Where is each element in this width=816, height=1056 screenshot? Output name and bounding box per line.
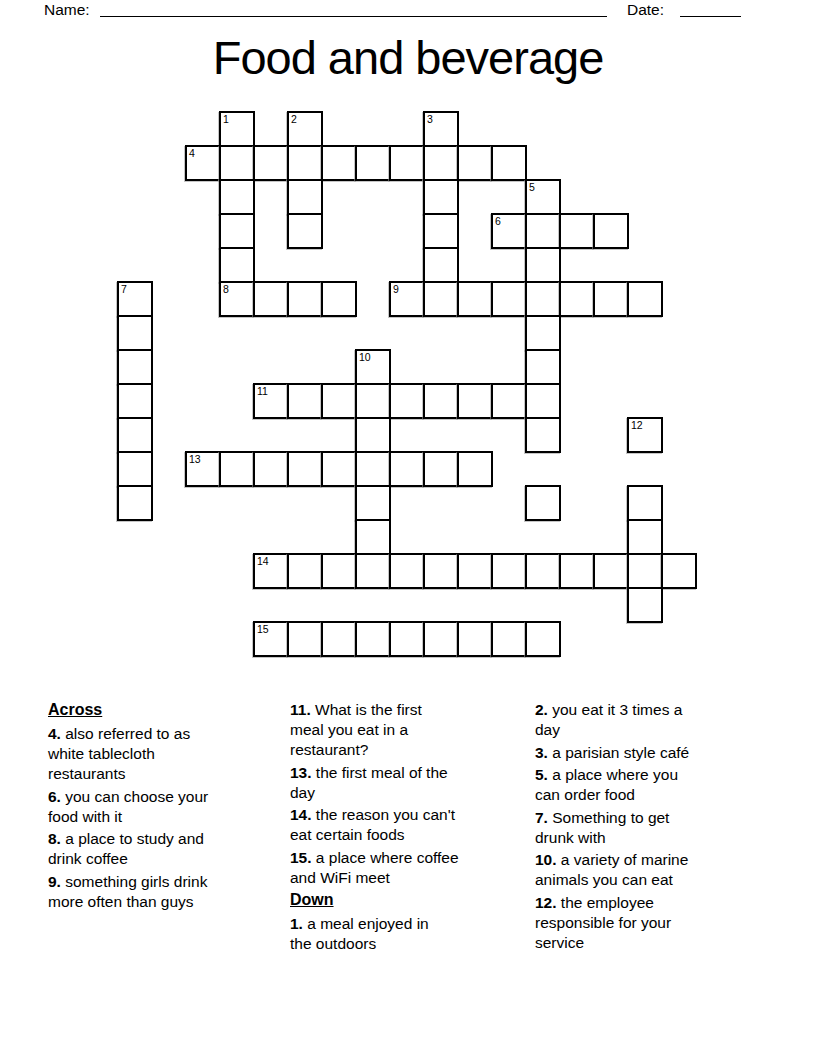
crossword-cell-r10c6[interactable] — [321, 451, 357, 487]
crossword-grid: 123456789101112131415 — [0, 0, 816, 672]
crossword-cell-r4c3[interactable] — [219, 247, 255, 283]
crossword-cell-r10c8[interactable] — [389, 451, 425, 487]
clue-12: 12. the employee responsible for your se… — [535, 893, 765, 953]
crossword-cell-r6c12[interactable] — [525, 315, 561, 351]
crossword-cell-r11c0[interactable] — [117, 485, 153, 521]
clue-number: 4. — [48, 725, 65, 742]
crossword-cell-r8c10[interactable] — [457, 383, 493, 419]
crossword-cell-r7c7[interactable]: 10 — [355, 349, 391, 385]
clue-number: 9. — [48, 873, 65, 890]
crossword-cell-r0c9[interactable]: 3 — [423, 111, 459, 147]
clue-15: 15. a place where coffee and WiFi meet — [290, 848, 525, 888]
crossword-cell-r12c15[interactable] — [627, 519, 663, 555]
cell-number-7: 7 — [121, 284, 127, 294]
clue-10: 10. a variety of marine animals you can … — [535, 850, 765, 890]
clue-9: 9. something girls drink more often than… — [48, 872, 286, 912]
cell-number-8: 8 — [223, 284, 229, 294]
crossword-cell-r13c9[interactable] — [423, 553, 459, 589]
cell-number-11: 11 — [257, 386, 268, 396]
crossword-cell-r2c12[interactable]: 5 — [525, 179, 561, 215]
crossword-cell-r13c4[interactable]: 14 — [253, 553, 289, 589]
cell-number-14: 14 — [257, 556, 269, 566]
crossword-cell-r1c6[interactable] — [321, 145, 357, 181]
clue-13: 13. the first meal of the day — [290, 763, 525, 803]
clue-text: a place to study and drink coffee — [48, 830, 204, 867]
crossword-cell-r3c13[interactable] — [559, 213, 595, 249]
crossword-cell-r11c12[interactable] — [525, 485, 561, 521]
cell-number-2: 2 — [291, 114, 297, 124]
worksheet-page: { "game": "crossword", "title": "Food an… — [0, 0, 816, 1056]
crossword-cell-r5c9[interactable] — [423, 281, 459, 317]
crossword-cell-r4c12[interactable] — [525, 247, 561, 283]
crossword-cell-r5c6[interactable] — [321, 281, 357, 317]
crossword-cell-r5c10[interactable] — [457, 281, 493, 317]
clue-number: 2. — [535, 701, 552, 718]
crossword-cell-r5c11[interactable] — [491, 281, 527, 317]
cell-number-5: 5 — [529, 182, 535, 192]
crossword-cell-r13c5[interactable] — [287, 553, 323, 589]
crossword-cell-r15c11[interactable] — [491, 621, 527, 657]
crossword-cell-r11c7[interactable] — [355, 485, 391, 521]
crossword-cell-r8c8[interactable] — [389, 383, 425, 419]
crossword-cell-r15c10[interactable] — [457, 621, 493, 657]
crossword-cell-r6c0[interactable] — [117, 315, 153, 351]
clue-14: 14. the reason you can't eat certain foo… — [290, 805, 525, 845]
crossword-cell-r5c13[interactable] — [559, 281, 595, 317]
clue-number: 8. — [48, 830, 65, 847]
crossword-cell-r13c10[interactable] — [457, 553, 493, 589]
cell-number-9: 9 — [393, 284, 399, 294]
crossword-cell-r10c5[interactable] — [287, 451, 323, 487]
clue-number: 12. — [535, 894, 561, 911]
clue-4: 4. also referred to as white tablecloth … — [48, 724, 286, 784]
crossword-cell-r2c9[interactable] — [423, 179, 459, 215]
crossword-cell-r7c0[interactable] — [117, 349, 153, 385]
cell-number-13: 13 — [189, 454, 201, 464]
clue-8: 8. a place to study and drink coffee — [48, 829, 286, 869]
clue-column-1: Across4. also referred to as white table… — [48, 700, 286, 914]
crossword-cell-r8c5[interactable] — [287, 383, 323, 419]
crossword-cell-r11c15[interactable] — [627, 485, 663, 521]
crossword-cell-r3c9[interactable] — [423, 213, 459, 249]
crossword-cell-r9c12[interactable] — [525, 417, 561, 453]
clue-5: 5. a place where you can order food — [535, 765, 765, 805]
clue-text: a place where you can order food — [535, 766, 678, 803]
crossword-cell-r2c3[interactable] — [219, 179, 255, 215]
crossword-cell-r0c3[interactable]: 1 — [219, 111, 255, 147]
clue-number: 13. — [290, 764, 316, 781]
cell-number-6: 6 — [495, 216, 501, 226]
crossword-cell-r15c8[interactable] — [389, 621, 425, 657]
clue-number: 6. — [48, 788, 65, 805]
clue-number: 14. — [290, 806, 316, 823]
crossword-cell-r1c7[interactable] — [355, 145, 391, 181]
crossword-cell-r8c4[interactable]: 11 — [253, 383, 289, 419]
clue-3: 3. a parisian style café — [535, 743, 765, 763]
crossword-cell-r3c14[interactable] — [593, 213, 629, 249]
clue-text: a meal enjoyed in the outdoors — [290, 915, 429, 952]
crossword-cell-r13c14[interactable] — [593, 553, 629, 589]
crossword-cell-r5c12[interactable] — [525, 281, 561, 317]
crossword-cell-r5c15[interactable] — [627, 281, 663, 317]
clue-number: 5. — [535, 766, 552, 783]
crossword-cell-r1c4[interactable] — [253, 145, 289, 181]
crossword-cell-r15c9[interactable] — [423, 621, 459, 657]
crossword-cell-r1c3[interactable] — [219, 145, 255, 181]
crossword-cell-r13c15[interactable] — [627, 553, 663, 589]
clue-number: 11. — [290, 701, 315, 718]
crossword-cell-r1c5[interactable] — [287, 145, 323, 181]
crossword-cell-r8c9[interactable] — [423, 383, 459, 419]
clue-7: 7. Something to get drunk with — [535, 808, 765, 848]
clue-heading-down: Down — [290, 890, 525, 910]
crossword-cell-r9c7[interactable] — [355, 417, 391, 453]
crossword-cell-r3c12[interactable] — [525, 213, 561, 249]
crossword-cell-r7c12[interactable] — [525, 349, 561, 385]
crossword-cell-r2c5[interactable] — [287, 179, 323, 215]
clue-text: also referred to as white tablecloth res… — [48, 725, 190, 782]
cell-number-12: 12 — [631, 420, 643, 430]
crossword-cell-r13c7[interactable] — [355, 553, 391, 589]
crossword-cell-r10c3[interactable] — [219, 451, 255, 487]
crossword-cell-r10c10[interactable] — [457, 451, 493, 487]
crossword-cell-r3c3[interactable] — [219, 213, 255, 249]
crossword-cell-r8c11[interactable] — [491, 383, 527, 419]
crossword-cell-r1c10[interactable] — [457, 145, 493, 181]
crossword-cell-r10c9[interactable] — [423, 451, 459, 487]
crossword-cell-r8c0[interactable] — [117, 383, 153, 419]
crossword-cell-r3c11[interactable]: 6 — [491, 213, 527, 249]
crossword-cell-r13c8[interactable] — [389, 553, 425, 589]
crossword-cell-r9c15[interactable]: 12 — [627, 417, 663, 453]
crossword-cell-r10c4[interactable] — [253, 451, 289, 487]
crossword-cell-r5c8[interactable]: 9 — [389, 281, 425, 317]
crossword-cell-r13c6[interactable] — [321, 553, 357, 589]
crossword-cell-r3c5[interactable] — [287, 213, 323, 249]
cell-number-10: 10 — [359, 352, 371, 362]
crossword-cell-r15c5[interactable] — [287, 621, 323, 657]
clue-1: 1. a meal enjoyed in the outdoors — [290, 914, 525, 954]
crossword-cell-r15c12[interactable] — [525, 621, 561, 657]
crossword-cell-r8c7[interactable] — [355, 383, 391, 419]
clue-text: you eat it 3 times a day — [535, 701, 682, 738]
cell-number-15: 15 — [257, 624, 269, 634]
clue-heading-across: Across — [48, 700, 286, 720]
crossword-cell-r10c7[interactable] — [355, 451, 391, 487]
crossword-cell-r5c0[interactable]: 7 — [117, 281, 153, 317]
clue-text: a parisian style café — [552, 744, 689, 761]
clue-text: Something to get drunk with — [535, 809, 669, 846]
crossword-cell-r13c11[interactable] — [491, 553, 527, 589]
clue-column-3: 2. you eat it 3 times a day3. a parisian… — [535, 700, 765, 955]
clue-number: 10. — [535, 851, 561, 868]
crossword-cell-r5c14[interactable] — [593, 281, 629, 317]
crossword-cell-r1c8[interactable] — [389, 145, 425, 181]
crossword-cell-r15c7[interactable] — [355, 621, 391, 657]
clue-column-2: 11. What is the first meal you eat in a … — [290, 700, 525, 957]
clue-text: something girls drink more often than gu… — [48, 873, 207, 910]
crossword-cell-r13c12[interactable] — [525, 553, 561, 589]
crossword-cell-r10c0[interactable] — [117, 451, 153, 487]
clue-6: 6. you can choose your food with it — [48, 787, 286, 827]
clue-number: 7. — [535, 809, 552, 826]
cell-number-1: 1 — [223, 114, 229, 124]
crossword-cell-r1c11[interactable] — [491, 145, 527, 181]
cell-number-4: 4 — [189, 148, 195, 158]
crossword-cell-r5c5[interactable] — [287, 281, 323, 317]
clue-11: 11. What is the first meal you eat in a … — [290, 700, 525, 760]
crossword-cell-r5c3[interactable]: 8 — [219, 281, 255, 317]
crossword-cell-r15c6[interactable] — [321, 621, 357, 657]
crossword-cell-r8c6[interactable] — [321, 383, 357, 419]
crossword-cell-r13c13[interactable] — [559, 553, 595, 589]
clue-text: a place where coffee and WiFi meet — [290, 849, 459, 886]
crossword-cell-r1c2[interactable]: 4 — [185, 145, 221, 181]
clue-text: you can choose your food with it — [48, 788, 208, 825]
clue-number: 15. — [290, 849, 316, 866]
crossword-cell-r10c2[interactable]: 13 — [185, 451, 221, 487]
clue-number: 1. — [290, 915, 307, 932]
crossword-cell-r4c9[interactable] — [423, 247, 459, 283]
cell-number-3: 3 — [427, 114, 433, 124]
crossword-cell-r15c4[interactable]: 15 — [253, 621, 289, 657]
crossword-cell-r14c15[interactable] — [627, 587, 663, 623]
clue-number: 3. — [535, 744, 552, 761]
clue-2: 2. you eat it 3 times a day — [535, 700, 765, 740]
crossword-cell-r5c4[interactable] — [253, 281, 289, 317]
crossword-cell-r8c12[interactable] — [525, 383, 561, 419]
crossword-cell-r12c7[interactable] — [355, 519, 391, 555]
crossword-cell-r1c9[interactable] — [423, 145, 459, 181]
crossword-cell-r9c0[interactable] — [117, 417, 153, 453]
crossword-cell-r0c5[interactable]: 2 — [287, 111, 323, 147]
crossword-cell-r13c16[interactable] — [661, 553, 697, 589]
